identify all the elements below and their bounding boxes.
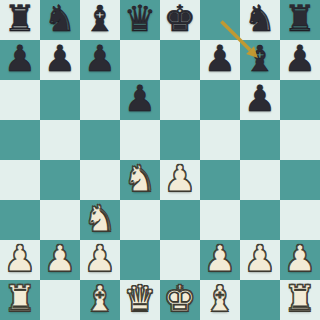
square-d7[interactable] xyxy=(120,40,160,80)
square-c5[interactable] xyxy=(80,120,120,160)
square-g6[interactable]: ♟ xyxy=(240,80,280,120)
square-h3[interactable] xyxy=(280,200,320,240)
white-pawn-piece[interactable]: ♟ xyxy=(84,239,116,279)
black-knight-piece[interactable]: ♞ xyxy=(244,0,276,39)
white-pawn-piece[interactable]: ♟ xyxy=(164,159,196,199)
chess-board-area: ♜♞♝♛♚♞♜♟♟♟♟♝♟♟♟♞♟♞♟♟♟♟♟♟♜♝♛♚♝♜ xyxy=(0,0,320,320)
square-a4[interactable] xyxy=(0,160,40,200)
square-d5[interactable] xyxy=(120,120,160,160)
square-h8[interactable]: ♜ xyxy=(280,0,320,40)
square-b3[interactable] xyxy=(40,200,80,240)
square-c8[interactable]: ♝ xyxy=(80,0,120,40)
square-e1[interactable]: ♚ xyxy=(160,280,200,320)
square-e8[interactable]: ♚ xyxy=(160,0,200,40)
square-e6[interactable] xyxy=(160,80,200,120)
white-pawn-piece[interactable]: ♟ xyxy=(284,239,316,279)
square-d2[interactable] xyxy=(120,240,160,280)
square-g1[interactable] xyxy=(240,280,280,320)
white-knight-piece[interactable]: ♞ xyxy=(84,199,116,239)
white-pawn-piece[interactable]: ♟ xyxy=(4,239,36,279)
square-g7[interactable]: ♝ xyxy=(240,40,280,80)
square-b6[interactable] xyxy=(40,80,80,120)
black-bishop-piece[interactable]: ♝ xyxy=(84,0,116,39)
chess-board: ♜♞♝♛♚♞♜♟♟♟♟♝♟♟♟♞♟♞♟♟♟♟♟♟♜♝♛♚♝♜ xyxy=(0,0,320,320)
square-h7[interactable]: ♟ xyxy=(280,40,320,80)
black-rook-piece[interactable]: ♜ xyxy=(4,0,36,39)
white-rook-piece[interactable]: ♜ xyxy=(4,279,36,319)
square-f2[interactable]: ♟ xyxy=(200,240,240,280)
black-pawn-piece[interactable]: ♟ xyxy=(124,79,156,119)
square-a5[interactable] xyxy=(0,120,40,160)
square-g4[interactable] xyxy=(240,160,280,200)
black-pawn-piece[interactable]: ♟ xyxy=(284,39,316,79)
square-d3[interactable] xyxy=(120,200,160,240)
white-king-piece[interactable]: ♚ xyxy=(164,279,196,319)
square-e5[interactable] xyxy=(160,120,200,160)
square-a8[interactable]: ♜ xyxy=(0,0,40,40)
square-b8[interactable]: ♞ xyxy=(40,0,80,40)
square-c7[interactable]: ♟ xyxy=(80,40,120,80)
square-c3[interactable]: ♞ xyxy=(80,200,120,240)
black-pawn-piece[interactable]: ♟ xyxy=(44,39,76,79)
square-h5[interactable] xyxy=(280,120,320,160)
square-g5[interactable] xyxy=(240,120,280,160)
square-e2[interactable] xyxy=(160,240,200,280)
black-rook-piece[interactable]: ♜ xyxy=(284,0,316,39)
black-pawn-piece[interactable]: ♟ xyxy=(84,39,116,79)
black-pawn-piece[interactable]: ♟ xyxy=(4,39,36,79)
square-c4[interactable] xyxy=(80,160,120,200)
square-c2[interactable]: ♟ xyxy=(80,240,120,280)
square-e4[interactable]: ♟ xyxy=(160,160,200,200)
black-pawn-piece[interactable]: ♟ xyxy=(204,39,236,79)
square-c6[interactable] xyxy=(80,80,120,120)
black-king-piece[interactable]: ♚ xyxy=(164,0,196,39)
square-d1[interactable]: ♛ xyxy=(120,280,160,320)
square-a6[interactable] xyxy=(0,80,40,120)
square-f8[interactable] xyxy=(200,0,240,40)
square-b7[interactable]: ♟ xyxy=(40,40,80,80)
square-e3[interactable] xyxy=(160,200,200,240)
square-h6[interactable] xyxy=(280,80,320,120)
black-bishop-piece[interactable]: ♝ xyxy=(244,39,276,79)
square-a2[interactable]: ♟ xyxy=(0,240,40,280)
square-h2[interactable]: ♟ xyxy=(280,240,320,280)
black-pawn-piece[interactable]: ♟ xyxy=(244,79,276,119)
square-a1[interactable]: ♜ xyxy=(0,280,40,320)
square-b2[interactable]: ♟ xyxy=(40,240,80,280)
square-a3[interactable] xyxy=(0,200,40,240)
white-knight-piece[interactable]: ♞ xyxy=(124,159,156,199)
square-d8[interactable]: ♛ xyxy=(120,0,160,40)
square-f4[interactable] xyxy=(200,160,240,200)
white-bishop-piece[interactable]: ♝ xyxy=(204,279,236,319)
black-knight-piece[interactable]: ♞ xyxy=(44,0,76,39)
white-queen-piece[interactable]: ♛ xyxy=(124,279,156,319)
square-g3[interactable] xyxy=(240,200,280,240)
square-g2[interactable]: ♟ xyxy=(240,240,280,280)
square-c1[interactable]: ♝ xyxy=(80,280,120,320)
white-pawn-piece[interactable]: ♟ xyxy=(204,239,236,279)
square-d6[interactable]: ♟ xyxy=(120,80,160,120)
square-b4[interactable] xyxy=(40,160,80,200)
square-e7[interactable] xyxy=(160,40,200,80)
white-pawn-piece[interactable]: ♟ xyxy=(44,239,76,279)
square-f3[interactable] xyxy=(200,200,240,240)
square-f6[interactable] xyxy=(200,80,240,120)
black-queen-piece[interactable]: ♛ xyxy=(124,0,156,39)
square-g8[interactable]: ♞ xyxy=(240,0,280,40)
square-h1[interactable]: ♜ xyxy=(280,280,320,320)
square-f7[interactable]: ♟ xyxy=(200,40,240,80)
square-f1[interactable]: ♝ xyxy=(200,280,240,320)
square-d4[interactable]: ♞ xyxy=(120,160,160,200)
square-f5[interactable] xyxy=(200,120,240,160)
square-h4[interactable] xyxy=(280,160,320,200)
white-pawn-piece[interactable]: ♟ xyxy=(244,239,276,279)
square-b5[interactable] xyxy=(40,120,80,160)
square-b1[interactable] xyxy=(40,280,80,320)
white-bishop-piece[interactable]: ♝ xyxy=(84,279,116,319)
square-a7[interactable]: ♟ xyxy=(0,40,40,80)
white-rook-piece[interactable]: ♜ xyxy=(284,279,316,319)
